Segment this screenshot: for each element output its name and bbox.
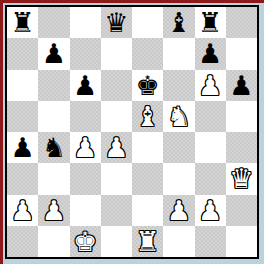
piece-black-pawn: ♟ (198, 38, 222, 69)
square-g2: ♟ (195, 195, 226, 226)
square-c4: ♟ (70, 132, 101, 163)
square-f1 (163, 226, 194, 257)
square-g3 (195, 163, 226, 194)
square-h3: ♛ (226, 163, 257, 194)
square-h6: ♟ (226, 70, 257, 101)
square-d2 (101, 195, 132, 226)
piece-white-pawn: ♟ (42, 195, 66, 226)
square-c3 (70, 163, 101, 194)
piece-white-pawn: ♟ (167, 195, 191, 226)
square-g6: ♟ (195, 70, 226, 101)
piece-black-rook: ♜ (11, 7, 35, 38)
square-b1 (38, 226, 69, 257)
square-g8: ♜ (195, 7, 226, 38)
square-a4: ♟ (7, 132, 38, 163)
square-d7 (101, 38, 132, 69)
square-b5 (38, 101, 69, 132)
piece-black-pawn: ♟ (73, 70, 97, 101)
square-c5 (70, 101, 101, 132)
piece-white-knight: ♞ (167, 101, 191, 132)
square-h5 (226, 101, 257, 132)
piece-white-pawn: ♟ (73, 132, 97, 163)
square-d1 (101, 226, 132, 257)
square-b4: ♞ (38, 132, 69, 163)
piece-white-pawn: ♟ (198, 70, 222, 101)
square-g7: ♟ (195, 38, 226, 69)
red-frame-top (0, 0, 264, 3)
square-f8: ♝ (163, 7, 194, 38)
square-b7: ♟ (38, 38, 69, 69)
square-d8: ♛ (101, 7, 132, 38)
square-h8 (226, 7, 257, 38)
square-a7 (7, 38, 38, 69)
piece-black-knight: ♞ (42, 132, 66, 163)
square-h2 (226, 195, 257, 226)
red-frame-left (0, 0, 3, 264)
piece-black-pawn: ♟ (229, 70, 253, 101)
square-f4 (163, 132, 194, 163)
square-c8 (70, 7, 101, 38)
piece-white-king: ♚ (73, 226, 97, 257)
piece-white-pawn: ♟ (11, 195, 35, 226)
square-d5 (101, 101, 132, 132)
square-g4 (195, 132, 226, 163)
square-d3 (101, 163, 132, 194)
square-f3 (163, 163, 194, 194)
chess-board: ♜♛♝♜♟♟♟♚♟♟♝♞♟♞♟♟♛♟♟♟♟♚♜ (5, 5, 259, 259)
piece-black-pawn: ♟ (11, 132, 35, 163)
square-a5 (7, 101, 38, 132)
square-f6 (163, 70, 194, 101)
square-f5: ♞ (163, 101, 194, 132)
piece-white-pawn: ♟ (104, 132, 128, 163)
square-e6: ♚ (132, 70, 163, 101)
square-f2: ♟ (163, 195, 194, 226)
piece-black-rook: ♜ (198, 7, 222, 38)
square-a3 (7, 163, 38, 194)
square-e4 (132, 132, 163, 163)
square-e5: ♝ (132, 101, 163, 132)
square-b6 (38, 70, 69, 101)
square-h7 (226, 38, 257, 69)
square-a1 (7, 226, 38, 257)
piece-white-pawn: ♟ (198, 195, 222, 226)
piece-black-king: ♚ (136, 70, 160, 101)
square-d4: ♟ (101, 132, 132, 163)
square-e3 (132, 163, 163, 194)
square-g1 (195, 226, 226, 257)
square-h4 (226, 132, 257, 163)
square-b2: ♟ (38, 195, 69, 226)
square-b3 (38, 163, 69, 194)
square-g5 (195, 101, 226, 132)
square-c2 (70, 195, 101, 226)
piece-black-pawn: ♟ (42, 38, 66, 69)
square-b8 (38, 7, 69, 38)
square-e8 (132, 7, 163, 38)
square-e1: ♜ (132, 226, 163, 257)
piece-black-queen: ♛ (104, 7, 128, 38)
square-e2 (132, 195, 163, 226)
square-c1: ♚ (70, 226, 101, 257)
piece-white-queen: ♛ (229, 163, 253, 194)
square-a6 (7, 70, 38, 101)
square-c6: ♟ (70, 70, 101, 101)
square-a8: ♜ (7, 7, 38, 38)
square-f7 (163, 38, 194, 69)
piece-white-bishop: ♝ (136, 101, 160, 132)
piece-white-rook: ♜ (136, 226, 160, 257)
piece-black-bishop: ♝ (167, 7, 191, 38)
square-a2: ♟ (7, 195, 38, 226)
square-d6 (101, 70, 132, 101)
square-h1 (226, 226, 257, 257)
square-c7 (70, 38, 101, 69)
square-e7 (132, 38, 163, 69)
